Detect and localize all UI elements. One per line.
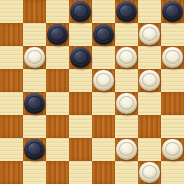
square-r3c0[interactable] [0, 69, 23, 92]
square-r1c6[interactable] [138, 23, 161, 46]
square-r5c1 [23, 115, 46, 138]
square-r1c1 [23, 23, 46, 46]
square-r6c0 [0, 138, 23, 161]
square-r2c6 [138, 46, 161, 69]
square-r4c7[interactable] [161, 92, 184, 115]
square-r7c2[interactable] [46, 161, 69, 184]
white-piece[interactable] [139, 24, 160, 45]
square-r1c5 [115, 23, 138, 46]
square-r6c1[interactable] [23, 138, 46, 161]
square-r6c6 [138, 138, 161, 161]
square-r4c3[interactable] [69, 92, 92, 115]
checkers-board-container [0, 0, 184, 184]
square-r7c6[interactable] [138, 161, 161, 184]
square-r6c4 [92, 138, 115, 161]
dark-piece[interactable] [47, 24, 68, 45]
square-r3c2[interactable] [46, 69, 69, 92]
square-r6c5[interactable] [115, 138, 138, 161]
white-piece[interactable] [24, 47, 45, 68]
square-r7c1 [23, 161, 46, 184]
white-piece[interactable] [116, 93, 137, 114]
square-r4c5[interactable] [115, 92, 138, 115]
dark-piece[interactable] [24, 139, 45, 160]
square-r2c0 [0, 46, 23, 69]
square-r2c5[interactable] [115, 46, 138, 69]
square-r7c4[interactable] [92, 161, 115, 184]
square-r3c5 [115, 69, 138, 92]
white-piece[interactable] [162, 139, 183, 160]
square-r4c0 [0, 92, 23, 115]
square-r0c2 [46, 0, 69, 23]
square-r7c3 [69, 161, 92, 184]
white-piece[interactable] [116, 47, 137, 68]
square-r5c6[interactable] [138, 115, 161, 138]
square-r5c3 [69, 115, 92, 138]
square-r5c4[interactable] [92, 115, 115, 138]
square-r4c6 [138, 92, 161, 115]
square-r5c2[interactable] [46, 115, 69, 138]
square-r7c7 [161, 161, 184, 184]
square-r0c0 [0, 0, 23, 23]
square-r6c3[interactable] [69, 138, 92, 161]
square-r2c1[interactable] [23, 46, 46, 69]
square-r3c6[interactable] [138, 69, 161, 92]
square-r2c4 [92, 46, 115, 69]
square-r5c0[interactable] [0, 115, 23, 138]
white-piece[interactable] [139, 162, 160, 183]
dark-piece[interactable] [70, 1, 91, 22]
square-r7c0[interactable] [0, 161, 23, 184]
square-r6c2 [46, 138, 69, 161]
square-r4c2 [46, 92, 69, 115]
square-r3c1 [23, 69, 46, 92]
square-r1c2[interactable] [46, 23, 69, 46]
square-r2c7[interactable] [161, 46, 184, 69]
square-r0c4 [92, 0, 115, 23]
dark-piece[interactable] [162, 1, 183, 22]
dark-piece[interactable] [70, 47, 91, 68]
square-r2c2 [46, 46, 69, 69]
square-r5c5 [115, 115, 138, 138]
white-piece[interactable] [116, 139, 137, 160]
square-r7c5 [115, 161, 138, 184]
square-r3c7 [161, 69, 184, 92]
square-r4c1[interactable] [23, 92, 46, 115]
white-piece[interactable] [139, 70, 160, 91]
square-r5c7 [161, 115, 184, 138]
checkers-board [0, 0, 184, 184]
square-r1c7 [161, 23, 184, 46]
square-r1c0[interactable] [0, 23, 23, 46]
square-r0c3[interactable] [69, 0, 92, 23]
dark-piece[interactable] [93, 24, 114, 45]
white-piece[interactable] [162, 47, 183, 68]
square-r2c3[interactable] [69, 46, 92, 69]
square-r0c5[interactable] [115, 0, 138, 23]
square-r4c4 [92, 92, 115, 115]
square-r3c4[interactable] [92, 69, 115, 92]
dark-piece[interactable] [116, 1, 137, 22]
dark-piece[interactable] [24, 93, 45, 114]
square-r1c3 [69, 23, 92, 46]
square-r0c6 [138, 0, 161, 23]
square-r6c7[interactable] [161, 138, 184, 161]
square-r0c1[interactable] [23, 0, 46, 23]
white-piece[interactable] [93, 70, 114, 91]
square-r0c7[interactable] [161, 0, 184, 23]
square-r1c4[interactable] [92, 23, 115, 46]
square-r3c3 [69, 69, 92, 92]
